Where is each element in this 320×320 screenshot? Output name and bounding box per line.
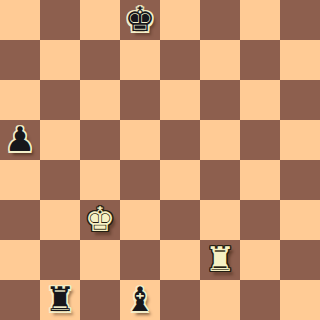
square-e4[interactable] [160,160,200,200]
square-h5[interactable] [280,120,320,160]
square-c8[interactable] [80,0,120,40]
square-d6[interactable] [120,80,160,120]
square-e1[interactable] [160,280,200,320]
square-a7[interactable] [0,40,40,80]
square-c6[interactable] [80,80,120,120]
square-e8[interactable] [160,0,200,40]
square-e6[interactable] [160,80,200,120]
square-h6[interactable] [280,80,320,120]
square-f4[interactable] [200,160,240,200]
square-g8[interactable] [240,0,280,40]
square-d8[interactable]: ♚ [120,0,160,40]
square-c4[interactable] [80,160,120,200]
square-f7[interactable] [200,40,240,80]
square-c5[interactable] [80,120,120,160]
square-c2[interactable] [80,240,120,280]
black-pawn[interactable]: ♟ [5,119,35,159]
square-a5[interactable]: ♟ [0,120,40,160]
black-king[interactable]: ♚ [125,0,155,39]
square-b2[interactable] [40,240,80,280]
square-g4[interactable] [240,160,280,200]
square-h1[interactable] [280,280,320,320]
square-b1[interactable]: ♜ [40,280,80,320]
chess-board: ♚♟♚♜♜♝ [0,0,320,320]
white-king[interactable]: ♚ [85,199,115,239]
white-rook[interactable]: ♜ [205,239,235,279]
square-d5[interactable] [120,120,160,160]
square-b6[interactable] [40,80,80,120]
square-a1[interactable] [0,280,40,320]
square-g5[interactable] [240,120,280,160]
square-g7[interactable] [240,40,280,80]
square-h2[interactable] [280,240,320,280]
square-d7[interactable] [120,40,160,80]
square-b8[interactable] [40,0,80,40]
square-h8[interactable] [280,0,320,40]
square-e2[interactable] [160,240,200,280]
square-f5[interactable] [200,120,240,160]
square-f1[interactable] [200,280,240,320]
square-c3[interactable]: ♚ [80,200,120,240]
square-a4[interactable] [0,160,40,200]
square-g1[interactable] [240,280,280,320]
square-d1[interactable]: ♝ [120,280,160,320]
square-a6[interactable] [0,80,40,120]
black-bishop[interactable]: ♝ [125,279,155,319]
square-g2[interactable] [240,240,280,280]
square-a2[interactable] [0,240,40,280]
square-d4[interactable] [120,160,160,200]
square-c1[interactable] [80,280,120,320]
square-a3[interactable] [0,200,40,240]
square-f2[interactable]: ♜ [200,240,240,280]
square-g6[interactable] [240,80,280,120]
square-f8[interactable] [200,0,240,40]
square-e7[interactable] [160,40,200,80]
square-h3[interactable] [280,200,320,240]
square-h4[interactable] [280,160,320,200]
square-a8[interactable] [0,0,40,40]
square-d2[interactable] [120,240,160,280]
square-h7[interactable] [280,40,320,80]
square-b3[interactable] [40,200,80,240]
square-f3[interactable] [200,200,240,240]
square-b4[interactable] [40,160,80,200]
square-g3[interactable] [240,200,280,240]
square-f6[interactable] [200,80,240,120]
square-b5[interactable] [40,120,80,160]
square-b7[interactable] [40,40,80,80]
square-e3[interactable] [160,200,200,240]
black-rook[interactable]: ♜ [45,279,75,319]
square-c7[interactable] [80,40,120,80]
square-e5[interactable] [160,120,200,160]
square-d3[interactable] [120,200,160,240]
